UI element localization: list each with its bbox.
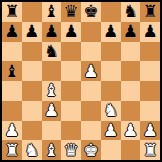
square-e2[interactable] xyxy=(81,121,101,141)
square-d6[interactable] xyxy=(61,42,81,62)
square-d7[interactable]: ♟ xyxy=(61,22,81,42)
square-b5[interactable] xyxy=(22,61,42,81)
black-bishop-icon[interactable]: ♝ xyxy=(44,3,59,20)
black-pawn-icon[interactable]: ♟ xyxy=(64,23,79,40)
square-c7[interactable]: ♟ xyxy=(42,22,62,42)
white-pawn-icon[interactable]: ♟ xyxy=(103,122,118,139)
square-d1[interactable]: ♛ xyxy=(61,140,81,160)
square-a1[interactable]: ♜ xyxy=(2,140,22,160)
black-king-icon[interactable]: ♚ xyxy=(83,3,98,20)
square-h8[interactable]: ♜ xyxy=(140,2,160,22)
black-knight-icon[interactable]: ♞ xyxy=(123,3,138,20)
white-bishop-icon[interactable]: ♝ xyxy=(44,82,59,99)
square-a5[interactable]: ♝ xyxy=(2,61,22,81)
square-d3[interactable] xyxy=(61,101,81,121)
square-f2[interactable]: ♟ xyxy=(101,121,121,141)
black-bishop-icon[interactable]: ♝ xyxy=(4,63,19,80)
white-knight-icon[interactable]: ♞ xyxy=(24,142,39,159)
square-h3[interactable] xyxy=(140,101,160,121)
square-f6[interactable] xyxy=(101,42,121,62)
square-d5[interactable] xyxy=(61,61,81,81)
square-a4[interactable] xyxy=(2,81,22,101)
black-pawn-icon[interactable]: ♟ xyxy=(143,23,158,40)
black-rook-icon[interactable]: ♜ xyxy=(143,3,158,20)
square-c8[interactable]: ♝ xyxy=(42,2,62,22)
square-g5[interactable] xyxy=(121,61,141,81)
square-e8[interactable]: ♚ xyxy=(81,2,101,22)
square-g3[interactable] xyxy=(121,101,141,121)
black-pawn-icon[interactable]: ♟ xyxy=(24,23,39,40)
square-g4[interactable] xyxy=(121,81,141,101)
square-a3[interactable] xyxy=(2,101,22,121)
square-h4[interactable] xyxy=(140,81,160,101)
black-pawn-icon[interactable]: ♟ xyxy=(103,23,118,40)
white-pawn-icon[interactable]: ♟ xyxy=(83,63,98,80)
square-g2[interactable]: ♟ xyxy=(121,121,141,141)
square-f1[interactable] xyxy=(101,140,121,160)
square-e7[interactable] xyxy=(81,22,101,42)
black-queen-icon[interactable]: ♛ xyxy=(64,3,79,20)
white-rook-icon[interactable]: ♜ xyxy=(4,142,19,159)
square-h1[interactable]: ♜ xyxy=(140,140,160,160)
white-pawn-icon[interactable]: ♟ xyxy=(123,122,138,139)
square-b3[interactable] xyxy=(22,101,42,121)
square-c2[interactable] xyxy=(42,121,62,141)
square-g1[interactable] xyxy=(121,140,141,160)
black-rook-icon[interactable]: ♜ xyxy=(4,3,19,20)
square-c5[interactable] xyxy=(42,61,62,81)
white-bishop-icon[interactable]: ♝ xyxy=(44,142,59,159)
square-b1[interactable]: ♞ xyxy=(22,140,42,160)
square-f7[interactable]: ♟ xyxy=(101,22,121,42)
square-d8[interactable]: ♛ xyxy=(61,2,81,22)
square-b2[interactable] xyxy=(22,121,42,141)
square-d2[interactable] xyxy=(61,121,81,141)
square-e4[interactable] xyxy=(81,81,101,101)
square-g7[interactable]: ♟ xyxy=(121,22,141,42)
square-a8[interactable]: ♜ xyxy=(2,2,22,22)
square-a2[interactable]: ♟ xyxy=(2,121,22,141)
square-h7[interactable]: ♟ xyxy=(140,22,160,42)
square-e5[interactable]: ♟ xyxy=(81,61,101,81)
black-pawn-icon[interactable]: ♟ xyxy=(44,23,59,40)
square-h5[interactable] xyxy=(140,61,160,81)
square-f4[interactable] xyxy=(101,81,121,101)
square-c4[interactable]: ♝ xyxy=(42,81,62,101)
black-pawn-icon[interactable]: ♟ xyxy=(4,23,19,40)
white-pawn-icon[interactable]: ♟ xyxy=(44,102,59,119)
square-f8[interactable] xyxy=(101,2,121,22)
square-b6[interactable] xyxy=(22,42,42,62)
square-f3[interactable]: ♞ xyxy=(101,101,121,121)
square-g6[interactable] xyxy=(121,42,141,62)
black-pawn-icon[interactable]: ♟ xyxy=(123,23,138,40)
white-pawn-icon[interactable]: ♟ xyxy=(4,122,19,139)
square-h2[interactable]: ♟ xyxy=(140,121,160,141)
square-c3[interactable]: ♟ xyxy=(42,101,62,121)
square-d4[interactable] xyxy=(61,81,81,101)
black-knight-icon[interactable]: ♞ xyxy=(44,43,59,60)
square-h6[interactable] xyxy=(140,42,160,62)
square-e1[interactable]: ♚ xyxy=(81,140,101,160)
square-b4[interactable] xyxy=(22,81,42,101)
white-pawn-icon[interactable]: ♟ xyxy=(143,122,158,139)
chess-board-frame: ♜♝♛♚♞♜♟♟♟♟♟♟♟♞♝♟♝♟♞♟♟♟♟♜♞♝♛♚♜ xyxy=(0,0,162,162)
white-knight-icon[interactable]: ♞ xyxy=(103,102,118,119)
square-f5[interactable] xyxy=(101,61,121,81)
square-a7[interactable]: ♟ xyxy=(2,22,22,42)
white-rook-icon[interactable]: ♜ xyxy=(143,142,158,159)
square-a6[interactable] xyxy=(2,42,22,62)
white-king-icon[interactable]: ♚ xyxy=(83,142,98,159)
square-e6[interactable] xyxy=(81,42,101,62)
square-c1[interactable]: ♝ xyxy=(42,140,62,160)
square-b8[interactable] xyxy=(22,2,42,22)
square-e3[interactable] xyxy=(81,101,101,121)
square-g8[interactable]: ♞ xyxy=(121,2,141,22)
white-queen-icon[interactable]: ♛ xyxy=(64,142,79,159)
square-b7[interactable]: ♟ xyxy=(22,22,42,42)
chess-board: ♜♝♛♚♞♜♟♟♟♟♟♟♟♞♝♟♝♟♞♟♟♟♟♜♞♝♛♚♜ xyxy=(2,2,160,160)
square-c6[interactable]: ♞ xyxy=(42,42,62,62)
